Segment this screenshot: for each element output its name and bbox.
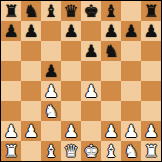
- black-pawn: ♟: [23, 21, 38, 41]
- square-b2[interactable]: ♟: [21, 121, 41, 141]
- square-d7[interactable]: ♟: [61, 21, 81, 41]
- square-h2[interactable]: ♟: [141, 121, 161, 141]
- white-pawn: ♟: [83, 81, 98, 101]
- square-e6[interactable]: ♟: [81, 41, 101, 61]
- square-c7[interactable]: [41, 21, 61, 41]
- square-c4[interactable]: ♟: [41, 81, 61, 101]
- square-b1[interactable]: [21, 141, 41, 161]
- white-pawn: ♟: [3, 121, 18, 141]
- black-queen: ♛: [63, 1, 78, 21]
- black-pawn: ♟: [103, 21, 118, 41]
- square-d5[interactable]: [61, 61, 81, 81]
- black-pawn: ♟: [63, 21, 78, 41]
- black-pawn: ♟: [43, 61, 58, 81]
- white-pawn: ♟: [43, 81, 58, 101]
- square-g1[interactable]: ♞: [121, 141, 141, 161]
- black-rook: ♜: [143, 1, 158, 21]
- white-queen: ♛: [63, 141, 78, 161]
- white-rook: ♜: [3, 141, 18, 161]
- white-knight: ♞: [123, 141, 138, 161]
- square-h7[interactable]: ♟: [141, 21, 161, 41]
- square-h4[interactable]: [141, 81, 161, 101]
- white-pawn: ♟: [63, 121, 78, 141]
- square-g7[interactable]: ♟: [121, 21, 141, 41]
- square-a5[interactable]: [1, 61, 21, 81]
- black-bishop: ♝: [103, 1, 118, 21]
- square-d4[interactable]: [61, 81, 81, 101]
- square-f4[interactable]: [101, 81, 121, 101]
- square-b7[interactable]: ♟: [21, 21, 41, 41]
- square-e5[interactable]: [81, 61, 101, 81]
- square-d8[interactable]: ♛: [61, 1, 81, 21]
- black-knight: ♞: [103, 41, 118, 61]
- square-a6[interactable]: [1, 41, 21, 61]
- square-h3[interactable]: [141, 101, 161, 121]
- square-c1[interactable]: ♝: [41, 141, 61, 161]
- square-a1[interactable]: ♜: [1, 141, 21, 161]
- square-d1[interactable]: ♛: [61, 141, 81, 161]
- square-e4[interactable]: ♟: [81, 81, 101, 101]
- square-c3[interactable]: ♞: [41, 101, 61, 121]
- square-a2[interactable]: ♟: [1, 121, 21, 141]
- square-e3[interactable]: [81, 101, 101, 121]
- square-f8[interactable]: ♝: [101, 1, 121, 21]
- square-g5[interactable]: [121, 61, 141, 81]
- square-f5[interactable]: [101, 61, 121, 81]
- white-pawn: ♟: [143, 121, 158, 141]
- square-d6[interactable]: [61, 41, 81, 61]
- square-h6[interactable]: [141, 41, 161, 61]
- square-h8[interactable]: ♜: [141, 1, 161, 21]
- chess-board: ♜♞♝♛♚♝♜♟♟♟♟♟♟♟♞♟♟♟♞♟♟♟♟♟♟♜♝♛♚♝♞♜: [1, 1, 161, 161]
- square-c6[interactable]: [41, 41, 61, 61]
- square-f3[interactable]: [101, 101, 121, 121]
- square-a7[interactable]: ♟: [1, 21, 21, 41]
- black-knight: ♞: [23, 1, 38, 21]
- square-g6[interactable]: [121, 41, 141, 61]
- black-pawn: ♟: [83, 41, 98, 61]
- square-a4[interactable]: [1, 81, 21, 101]
- chess-board-frame: ♜♞♝♛♚♝♜♟♟♟♟♟♟♟♞♟♟♟♞♟♟♟♟♟♟♜♝♛♚♝♞♜: [0, 0, 162, 162]
- square-g4[interactable]: [121, 81, 141, 101]
- black-rook: ♜: [3, 1, 18, 21]
- square-f7[interactable]: ♟: [101, 21, 121, 41]
- square-f2[interactable]: ♟: [101, 121, 121, 141]
- square-f6[interactable]: ♞: [101, 41, 121, 61]
- white-knight: ♞: [43, 101, 58, 121]
- square-b3[interactable]: [21, 101, 41, 121]
- square-e7[interactable]: [81, 21, 101, 41]
- white-bishop: ♝: [103, 141, 118, 161]
- white-rook: ♜: [143, 141, 158, 161]
- black-king: ♚: [83, 1, 98, 21]
- square-g3[interactable]: [121, 101, 141, 121]
- white-king: ♚: [83, 141, 98, 161]
- square-c5[interactable]: ♟: [41, 61, 61, 81]
- square-e2[interactable]: [81, 121, 101, 141]
- square-f1[interactable]: ♝: [101, 141, 121, 161]
- black-pawn: ♟: [3, 21, 18, 41]
- white-pawn: ♟: [23, 121, 38, 141]
- square-g2[interactable]: ♟: [121, 121, 141, 141]
- black-pawn: ♟: [123, 21, 138, 41]
- square-c2[interactable]: [41, 121, 61, 141]
- square-c8[interactable]: ♝: [41, 1, 61, 21]
- square-d3[interactable]: [61, 101, 81, 121]
- black-pawn: ♟: [143, 21, 158, 41]
- square-b8[interactable]: ♞: [21, 1, 41, 21]
- white-pawn: ♟: [103, 121, 118, 141]
- square-a8[interactable]: ♜: [1, 1, 21, 21]
- white-bishop: ♝: [43, 141, 58, 161]
- square-a3[interactable]: [1, 101, 21, 121]
- square-h1[interactable]: ♜: [141, 141, 161, 161]
- square-h5[interactable]: [141, 61, 161, 81]
- square-b5[interactable]: [21, 61, 41, 81]
- square-e1[interactable]: ♚: [81, 141, 101, 161]
- square-g8[interactable]: [121, 1, 141, 21]
- square-d2[interactable]: ♟: [61, 121, 81, 141]
- square-b6[interactable]: [21, 41, 41, 61]
- square-b4[interactable]: [21, 81, 41, 101]
- white-pawn: ♟: [123, 121, 138, 141]
- black-bishop: ♝: [43, 1, 58, 21]
- square-e8[interactable]: ♚: [81, 1, 101, 21]
